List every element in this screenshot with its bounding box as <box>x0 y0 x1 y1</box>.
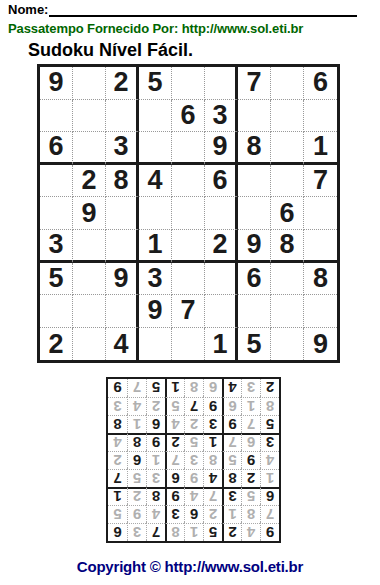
solution-cell-r3c3: 3 <box>222 487 241 505</box>
solution-cell-r1c8: 3 <box>127 523 146 541</box>
solution-grid: 9425187367812634956537498211284963574958… <box>106 377 281 543</box>
solution-cell-r5c1: 4 <box>260 451 279 469</box>
cell-r5c4[interactable] <box>139 197 172 230</box>
cell-r5c8: 6 <box>271 197 304 230</box>
solution-cell-r1c2: 4 <box>241 523 260 541</box>
cell-r1c4: 5 <box>139 67 172 100</box>
solution-cell-r1c6: 8 <box>165 523 184 541</box>
cell-r6c7: 9 <box>238 230 271 263</box>
cell-r5c9[interactable] <box>304 197 337 230</box>
cell-r4c2: 2 <box>73 165 106 198</box>
cell-r9c2[interactable] <box>73 328 106 361</box>
solution-cell-r8c4: 9 <box>203 397 222 415</box>
cell-r9c3: 4 <box>106 328 139 361</box>
cell-r8c6[interactable] <box>205 295 238 328</box>
cell-r9c4[interactable] <box>139 328 172 361</box>
solution-cell-r6c2: 6 <box>241 433 260 451</box>
cell-r3c1: 6 <box>40 132 73 165</box>
solution-cell-r1c7: 7 <box>146 523 165 541</box>
cell-r7c9: 8 <box>304 263 337 296</box>
solution-cell-r7c9: 8 <box>108 415 127 433</box>
solution-cell-r5c6: 7 <box>165 451 184 469</box>
cell-r8c8[interactable] <box>271 295 304 328</box>
cell-r6c5[interactable] <box>172 230 205 263</box>
solution-cell-r4c4: 4 <box>203 469 222 487</box>
solution-cell-r8c2: 1 <box>241 397 260 415</box>
solution-cell-r4c5: 9 <box>184 469 203 487</box>
cell-r9c9: 9 <box>304 328 337 361</box>
page-title: Sudoku Nível Fácil. <box>28 40 193 61</box>
solution-cell-r9c4: 6 <box>203 379 222 397</box>
solution-cell-r2c1: 7 <box>260 505 279 523</box>
solution-cell-r8c5: 7 <box>184 397 203 415</box>
solution-cell-r6c5: 5 <box>184 433 203 451</box>
cell-r4c5[interactable] <box>172 165 205 198</box>
solution-cell-r3c1: 6 <box>260 487 279 505</box>
cell-r2c5: 6 <box>172 100 205 133</box>
cell-r7c4: 3 <box>139 263 172 296</box>
solution-cell-r4c9: 7 <box>108 469 127 487</box>
solution-cell-r6c8: 8 <box>127 433 146 451</box>
cell-r3c9: 1 <box>304 132 337 165</box>
solution-cell-r7c2: 7 <box>241 415 260 433</box>
cell-r6c6: 2 <box>205 230 238 263</box>
worksheet-page: Nome: Passatempo Fornecido Por: http://w… <box>0 0 380 585</box>
cell-r2c7[interactable] <box>238 100 271 133</box>
cell-r3c2[interactable] <box>73 132 106 165</box>
cell-r8c5: 7 <box>172 295 205 328</box>
cell-r9c5[interactable] <box>172 328 205 361</box>
solution-cell-r9c5: 8 <box>184 379 203 397</box>
solution-cell-r4c8: 5 <box>127 469 146 487</box>
solution-cell-r8c3: 6 <box>222 397 241 415</box>
cell-r4c1[interactable] <box>40 165 73 198</box>
cell-r9c7: 5 <box>238 328 271 361</box>
solution-cell-r7c7: 6 <box>146 415 165 433</box>
cell-r2c6: 3 <box>205 100 238 133</box>
solution-cell-r8c1: 8 <box>260 397 279 415</box>
cell-r6c8: 8 <box>271 230 304 263</box>
solution-cell-r8c9: 3 <box>108 397 127 415</box>
cell-r1c7: 7 <box>238 67 271 100</box>
cell-r3c8[interactable] <box>271 132 304 165</box>
solution-cell-r9c9: 9 <box>108 379 127 397</box>
cell-r8c4: 9 <box>139 295 172 328</box>
solution-cell-r2c7: 4 <box>146 505 165 523</box>
solution-cell-r7c1: 5 <box>260 415 279 433</box>
solution-cell-r6c3: 7 <box>222 433 241 451</box>
solution-cell-r3c5: 4 <box>184 487 203 505</box>
provider-line: Passatempo Fornecido Por: http://www.sol… <box>8 21 303 36</box>
solution-cell-r9c6: 1 <box>165 379 184 397</box>
cell-r5c1[interactable] <box>40 197 73 230</box>
cell-r2c3[interactable] <box>106 100 139 133</box>
solution-cell-r5c7: 1 <box>146 451 165 469</box>
solution-cell-r3c2: 5 <box>241 487 260 505</box>
solution-cell-r5c4: 8 <box>203 451 222 469</box>
solution-cell-r4c1: 1 <box>260 469 279 487</box>
solution-cell-r6c6: 2 <box>165 433 184 451</box>
cell-r7c8[interactable] <box>271 263 304 296</box>
cell-r8c9[interactable] <box>304 295 337 328</box>
cell-r6c3[interactable] <box>106 230 139 263</box>
cell-r3c3: 3 <box>106 132 139 165</box>
cell-r3c7: 8 <box>238 132 271 165</box>
solution-cell-r7c4: 3 <box>203 415 222 433</box>
cell-r2c4[interactable] <box>139 100 172 133</box>
solution-cell-r2c3: 1 <box>222 505 241 523</box>
cell-r9c8[interactable] <box>271 328 304 361</box>
solution-cell-r6c7: 9 <box>146 433 165 451</box>
cell-r5c2: 9 <box>73 197 106 230</box>
solution-cell-r3c6: 9 <box>165 487 184 505</box>
cell-r1c6[interactable] <box>205 67 238 100</box>
solution-cell-r7c8: 1 <box>127 415 146 433</box>
cell-r7c1: 5 <box>40 263 73 296</box>
solution-cell-r8c8: 4 <box>127 397 146 415</box>
name-fill-line[interactable] <box>49 2 357 17</box>
cell-r7c6[interactable] <box>205 263 238 296</box>
cell-r8c3[interactable] <box>106 295 139 328</box>
solution-cell-r5c5: 3 <box>184 451 203 469</box>
cell-r5c3[interactable] <box>106 197 139 230</box>
solution-cell-r1c3: 2 <box>222 523 241 541</box>
cell-r3c4[interactable] <box>139 132 172 165</box>
cell-r2c8[interactable] <box>271 100 304 133</box>
cell-r8c1[interactable] <box>40 295 73 328</box>
sudoku-grid: 925766363981284679631298593689724159 <box>37 64 340 363</box>
solution-cell-r7c3: 9 <box>222 415 241 433</box>
solution-cell-r8c7: 2 <box>146 397 165 415</box>
cell-r6c1: 3 <box>40 230 73 263</box>
cell-r6c4: 1 <box>139 230 172 263</box>
cell-r1c1: 9 <box>40 67 73 100</box>
solution-cell-r9c8: 7 <box>127 379 146 397</box>
cell-r4c7[interactable] <box>238 165 271 198</box>
cell-r2c2[interactable] <box>73 100 106 133</box>
cell-r1c2[interactable] <box>73 67 106 100</box>
name-label: Nome: <box>8 2 48 17</box>
solution-cell-r3c9: 1 <box>108 487 127 505</box>
solution-cell-r3c4: 7 <box>203 487 222 505</box>
solution-cell-r9c3: 4 <box>222 379 241 397</box>
solution-cell-r2c2: 8 <box>241 505 260 523</box>
solution-cell-r3c8: 2 <box>127 487 146 505</box>
cell-r7c7: 6 <box>238 263 271 296</box>
solution-cell-r9c1: 2 <box>260 379 279 397</box>
cell-r7c5[interactable] <box>172 263 205 296</box>
copyright-line: Copyright © http://www.sol.eti.br <box>0 558 380 575</box>
cell-r1c8[interactable] <box>271 67 304 100</box>
cell-r1c3: 2 <box>106 67 139 100</box>
solution-cell-r1c9: 6 <box>108 523 127 541</box>
solution-cell-r5c2: 9 <box>241 451 260 469</box>
cell-r8c2[interactable] <box>73 295 106 328</box>
cell-r3c6: 9 <box>205 132 238 165</box>
cell-r1c5[interactable] <box>172 67 205 100</box>
solution-cell-r5c3: 5 <box>222 451 241 469</box>
cell-r3c5[interactable] <box>172 132 205 165</box>
cell-r5c7[interactable] <box>238 197 271 230</box>
solution-cell-r4c2: 2 <box>241 469 260 487</box>
cell-r4c6: 6 <box>205 165 238 198</box>
cell-r4c8[interactable] <box>271 165 304 198</box>
cell-r1c9: 6 <box>304 67 337 100</box>
solution-cell-r4c3: 8 <box>222 469 241 487</box>
solution-cell-r4c6: 6 <box>165 469 184 487</box>
solution-cell-r2c4: 2 <box>203 505 222 523</box>
cell-r7c2[interactable] <box>73 263 106 296</box>
cell-r5c5[interactable] <box>172 197 205 230</box>
cell-r6c2[interactable] <box>73 230 106 263</box>
solution-cell-r2c8: 9 <box>127 505 146 523</box>
cell-r9c6: 1 <box>205 328 238 361</box>
cell-r8c7[interactable] <box>238 295 271 328</box>
solution-cell-r9c7: 5 <box>146 379 165 397</box>
cell-r2c1[interactable] <box>40 100 73 133</box>
solution-cell-r1c1: 9 <box>260 523 279 541</box>
name-field-row: Nome: <box>8 2 357 17</box>
solution-cell-r7c5: 2 <box>184 415 203 433</box>
cell-r9c1: 2 <box>40 328 73 361</box>
cell-r4c4: 4 <box>139 165 172 198</box>
solution-cell-r5c8: 6 <box>127 451 146 469</box>
solution-cell-r5c9: 2 <box>108 451 127 469</box>
solution-cell-r9c2: 3 <box>241 379 260 397</box>
cell-r5c6[interactable] <box>205 197 238 230</box>
solution-cell-r6c9: 4 <box>108 433 127 451</box>
cell-r6c9[interactable] <box>304 230 337 263</box>
solution-cell-r2c6: 3 <box>165 505 184 523</box>
solution-cell-r4c7: 3 <box>146 469 165 487</box>
cell-r2c9[interactable] <box>304 100 337 133</box>
cell-r4c9: 7 <box>304 165 337 198</box>
solution-cell-r1c5: 1 <box>184 523 203 541</box>
solution-cell-r6c1: 3 <box>260 433 279 451</box>
solution-cell-r1c4: 5 <box>203 523 222 541</box>
solution-cell-r7c6: 4 <box>165 415 184 433</box>
solution-cell-r6c4: 1 <box>203 433 222 451</box>
solution-cell-r2c5: 6 <box>184 505 203 523</box>
solution-cell-r8c6: 5 <box>165 397 184 415</box>
cell-r4c3: 8 <box>106 165 139 198</box>
solution-cell-r2c9: 5 <box>108 505 127 523</box>
cell-r7c3: 9 <box>106 263 139 296</box>
solution-cell-r3c7: 8 <box>146 487 165 505</box>
